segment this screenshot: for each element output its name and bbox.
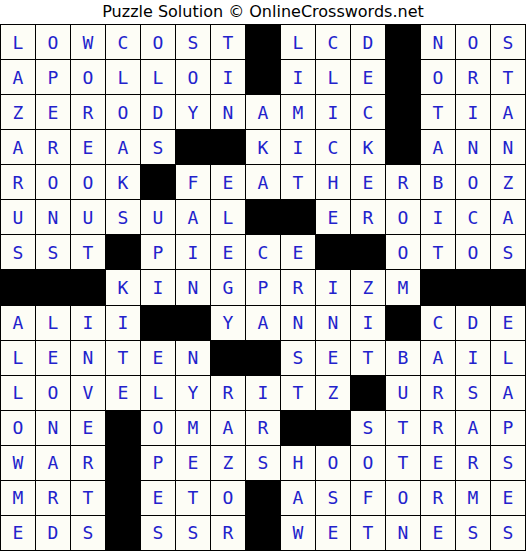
letter-cell: E (491, 306, 525, 340)
letter-cell: V (71, 376, 105, 410)
letter-cell: N (491, 130, 525, 164)
black-cell (246, 60, 280, 94)
letter-cell: T (351, 341, 385, 375)
letter-cell: S (36, 235, 70, 269)
letter-cell: I (456, 95, 490, 129)
letter-cell: L (36, 306, 70, 340)
letter-cell: R (36, 481, 70, 515)
letter-cell: T (71, 235, 105, 269)
letter-cell: T (106, 341, 140, 375)
letter-cell: S (491, 446, 525, 480)
letter-cell: O (141, 25, 175, 59)
letter-cell: R (421, 411, 455, 445)
black-cell (386, 306, 420, 340)
letter-cell: Z (316, 376, 350, 410)
letter-cell: E (491, 481, 525, 515)
letter-cell: S (491, 235, 525, 269)
letter-cell: P (141, 446, 175, 480)
black-cell (176, 306, 210, 340)
letter-cell: O (36, 376, 70, 410)
letter-cell: N (36, 411, 70, 445)
letter-cell: I (176, 235, 210, 269)
letter-cell: E (176, 446, 210, 480)
letter-cell: L (141, 60, 175, 94)
letter-cell: T (386, 446, 420, 480)
black-cell (351, 376, 385, 410)
page-title: Puzzle Solution © OnlineCrosswords.net (0, 0, 526, 24)
black-cell (421, 270, 455, 304)
letter-cell: R (351, 200, 385, 234)
black-cell (246, 200, 280, 234)
letter-cell: M (1, 481, 35, 515)
letter-cell: L (1, 376, 35, 410)
letter-cell: E (281, 235, 315, 269)
letter-cell: T (71, 481, 105, 515)
letter-cell: U (141, 200, 175, 234)
letter-cell: R (71, 95, 105, 129)
letter-cell: I (211, 60, 245, 94)
black-cell (246, 25, 280, 59)
letter-cell: I (316, 270, 350, 304)
letter-cell: B (386, 341, 420, 375)
letter-cell: L (281, 25, 315, 59)
letter-cell: S (176, 516, 210, 550)
letter-cell: A (246, 165, 280, 199)
black-cell (281, 200, 315, 234)
black-cell (106, 481, 140, 515)
letter-cell: N (211, 95, 245, 129)
letter-cell: K (106, 270, 140, 304)
letter-cell: Z (1, 95, 35, 129)
letter-cell: C (316, 130, 350, 164)
letter-cell: S (246, 446, 280, 480)
letter-cell: I (106, 306, 140, 340)
letter-cell: E (141, 341, 175, 375)
letter-cell: N (176, 270, 210, 304)
letter-cell: T (281, 376, 315, 410)
letter-cell: A (1, 306, 35, 340)
letter-cell: O (351, 446, 385, 480)
letter-cell: O (106, 95, 140, 129)
letter-cell: E (106, 376, 140, 410)
letter-cell: O (36, 165, 70, 199)
black-cell (246, 516, 280, 550)
letter-cell: N (421, 25, 455, 59)
letter-cell: A (421, 130, 455, 164)
letter-cell: W (281, 516, 315, 550)
letter-cell: T (386, 411, 420, 445)
letter-cell: G (211, 270, 245, 304)
letter-cell: T (176, 481, 210, 515)
letter-cell: S (176, 25, 210, 59)
letter-cell: S (141, 516, 175, 550)
letter-cell: R (246, 411, 280, 445)
letter-cell: S (316, 481, 350, 515)
letter-cell: M (456, 481, 490, 515)
letter-cell: R (421, 376, 455, 410)
letter-cell: A (246, 95, 280, 129)
letter-cell: C (456, 200, 490, 234)
black-cell (36, 270, 70, 304)
letter-cell: A (456, 411, 490, 445)
letter-cell: L (106, 60, 140, 94)
black-cell (106, 235, 140, 269)
letter-cell: O (211, 481, 245, 515)
letter-cell: R (281, 270, 315, 304)
letter-cell: I (281, 130, 315, 164)
letter-cell: E (1, 516, 35, 550)
letter-cell: S (1, 235, 35, 269)
black-cell (106, 516, 140, 550)
letter-cell: Y (176, 95, 210, 129)
letter-cell: O (386, 481, 420, 515)
letter-cell: L (1, 25, 35, 59)
letter-cell: Y (211, 306, 245, 340)
letter-cell: A (491, 376, 525, 410)
letter-cell: L (211, 200, 245, 234)
letter-cell: A (1, 60, 35, 94)
letter-cell: E (211, 235, 245, 269)
letter-cell: E (316, 200, 350, 234)
letter-cell: K (246, 130, 280, 164)
letter-cell: I (351, 306, 385, 340)
black-cell (71, 270, 105, 304)
letter-cell: R (36, 130, 70, 164)
puzzle-solution-page: Puzzle Solution © OnlineCrosswords.net L… (0, 0, 526, 551)
black-cell (316, 235, 350, 269)
letter-cell: O (421, 60, 455, 94)
letter-cell: A (491, 200, 525, 234)
black-cell (211, 130, 245, 164)
letter-cell: R (71, 446, 105, 480)
letter-cell: O (71, 60, 105, 94)
letter-cell: E (421, 446, 455, 480)
black-cell (386, 60, 420, 94)
letter-cell: E (351, 165, 385, 199)
letter-cell: E (316, 516, 350, 550)
letter-cell: N (71, 341, 105, 375)
letter-cell: N (386, 516, 420, 550)
letter-cell: C (106, 25, 140, 59)
letter-cell: U (386, 376, 420, 410)
letter-cell: A (1, 130, 35, 164)
letter-cell: E (316, 341, 350, 375)
letter-cell: R (456, 446, 490, 480)
letter-cell: C (351, 95, 385, 129)
letter-cell: L (141, 376, 175, 410)
letter-cell: T (211, 25, 245, 59)
letter-cell: E (421, 516, 455, 550)
letter-cell: N (281, 306, 315, 340)
letter-cell: M (176, 411, 210, 445)
letter-cell: S (491, 516, 525, 550)
letter-cell: U (1, 200, 35, 234)
black-cell (386, 25, 420, 59)
black-cell (141, 165, 175, 199)
black-cell (351, 235, 385, 269)
letter-cell: W (1, 446, 35, 480)
letter-cell: O (456, 235, 490, 269)
letter-cell: P (36, 60, 70, 94)
letter-cell: R (386, 165, 420, 199)
black-cell (281, 411, 315, 445)
letter-cell: O (1, 411, 35, 445)
letter-cell: E (36, 341, 70, 375)
letter-cell: Z (491, 165, 525, 199)
letter-cell: O (141, 411, 175, 445)
letter-cell: E (36, 95, 70, 129)
black-cell (246, 341, 280, 375)
black-cell (316, 411, 350, 445)
black-cell (106, 411, 140, 445)
letter-cell: C (316, 25, 350, 59)
letter-cell: M (386, 270, 420, 304)
crossword-grid: LOWCOSTLCDNOSAPOLLOIILEORTZERODYNAMICTIA… (0, 24, 526, 551)
letter-cell: F (351, 481, 385, 515)
letter-cell: N (176, 341, 210, 375)
letter-cell: K (351, 130, 385, 164)
letter-cell: T (421, 95, 455, 129)
black-cell (1, 270, 35, 304)
letter-cell: Y (176, 376, 210, 410)
letter-cell: K (106, 165, 140, 199)
letter-cell: N (36, 200, 70, 234)
letter-cell: R (1, 165, 35, 199)
letter-cell: Z (211, 446, 245, 480)
letter-cell: P (491, 411, 525, 445)
letter-cell: O (456, 25, 490, 59)
letter-cell: T (421, 235, 455, 269)
letter-cell: O (176, 60, 210, 94)
letter-cell: A (246, 306, 280, 340)
black-cell (106, 446, 140, 480)
letter-cell: S (456, 376, 490, 410)
black-cell (456, 270, 490, 304)
letter-cell: S (141, 130, 175, 164)
letter-cell: D (141, 95, 175, 129)
letter-cell: A (211, 411, 245, 445)
letter-cell: F (176, 165, 210, 199)
letter-cell: T (491, 60, 525, 94)
letter-cell: S (491, 25, 525, 59)
letter-cell: S (106, 200, 140, 234)
letter-cell: L (1, 341, 35, 375)
letter-cell: P (141, 235, 175, 269)
letter-cell: O (456, 165, 490, 199)
black-cell (386, 95, 420, 129)
letter-cell: S (456, 516, 490, 550)
letter-cell: S (71, 516, 105, 550)
letter-cell: M (281, 95, 315, 129)
black-cell (491, 270, 525, 304)
letter-cell: S (351, 411, 385, 445)
letter-cell: I (281, 60, 315, 94)
letter-cell: I (246, 376, 280, 410)
letter-cell: T (351, 516, 385, 550)
letter-cell: I (141, 270, 175, 304)
letter-cell: D (456, 306, 490, 340)
letter-cell: I (316, 95, 350, 129)
letter-cell: R (456, 60, 490, 94)
letter-cell: O (316, 446, 350, 480)
letter-cell: A (106, 130, 140, 164)
letter-cell: L (316, 60, 350, 94)
letter-cell: E (71, 130, 105, 164)
letter-cell: C (421, 306, 455, 340)
letter-cell: W (71, 25, 105, 59)
letter-cell: I (456, 341, 490, 375)
black-cell (141, 306, 175, 340)
letter-cell: N (316, 306, 350, 340)
letter-cell: R (421, 481, 455, 515)
letter-cell: P (246, 270, 280, 304)
letter-cell: R (211, 516, 245, 550)
letter-cell: C (246, 235, 280, 269)
letter-cell: H (281, 446, 315, 480)
letter-cell: O (36, 25, 70, 59)
black-cell (176, 130, 210, 164)
letter-cell: S (281, 341, 315, 375)
letter-cell: E (211, 165, 245, 199)
letter-cell: D (36, 516, 70, 550)
black-cell (211, 341, 245, 375)
letter-cell: T (281, 165, 315, 199)
letter-cell: O (71, 165, 105, 199)
letter-cell: A (421, 341, 455, 375)
letter-cell: A (36, 446, 70, 480)
black-cell (246, 481, 280, 515)
letter-cell: O (386, 235, 420, 269)
letter-cell: D (351, 25, 385, 59)
letter-cell: A (491, 95, 525, 129)
letter-cell: N (456, 130, 490, 164)
letter-cell: U (71, 200, 105, 234)
letter-cell: E (71, 411, 105, 445)
letter-cell: L (491, 341, 525, 375)
letter-cell: A (281, 481, 315, 515)
letter-cell: O (386, 200, 420, 234)
letter-cell: I (421, 200, 455, 234)
black-cell (386, 130, 420, 164)
letter-cell: E (351, 60, 385, 94)
letter-cell: A (176, 200, 210, 234)
letter-cell: E (141, 481, 175, 515)
letter-cell: R (211, 376, 245, 410)
letter-cell: H (316, 165, 350, 199)
letter-cell: B (421, 165, 455, 199)
letter-cell: Z (351, 270, 385, 304)
letter-cell: I (71, 306, 105, 340)
